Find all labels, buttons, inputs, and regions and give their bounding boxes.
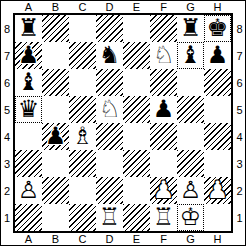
piece-black-bishop-g7[interactable]: ♝ [180, 43, 202, 67]
square-f1[interactable]: ♖ [150, 204, 177, 231]
square-f8[interactable] [150, 15, 177, 42]
file-label-top-c: C [69, 1, 96, 13]
square-b3[interactable] [42, 150, 69, 177]
square-f6[interactable] [150, 69, 177, 96]
rank-label-right-2: 2 [233, 177, 246, 204]
square-f3[interactable] [150, 150, 177, 177]
rank-label-left-3: 3 [1, 150, 13, 177]
square-h8[interactable]: ♚ [204, 15, 231, 42]
square-d3[interactable] [96, 150, 123, 177]
piece-white-pawn-a2[interactable]: ♙ [18, 178, 40, 202]
square-b5[interactable] [42, 96, 69, 123]
square-c8[interactable] [69, 15, 96, 42]
square-c3[interactable] [69, 150, 96, 177]
square-g5[interactable] [177, 96, 204, 123]
piece-black-rook-a8[interactable]: ♜ [18, 16, 40, 40]
piece-black-queen-a5[interactable]: ♛ [18, 97, 40, 121]
file-label-top-a: A [15, 1, 42, 13]
rank-label-right-8: 8 [233, 15, 246, 42]
file-label-bottom-g: G [177, 233, 204, 246]
rank-labels-right: 87654321 [233, 15, 246, 231]
square-g6[interactable] [177, 69, 204, 96]
file-label-top-h: H [204, 1, 231, 13]
square-c6[interactable] [69, 69, 96, 96]
rank-label-right-6: 6 [233, 69, 246, 96]
square-c5[interactable] [69, 96, 96, 123]
square-c4[interactable]: ♗ [69, 123, 96, 150]
square-e3[interactable] [123, 150, 150, 177]
square-h3[interactable] [204, 150, 231, 177]
square-e7[interactable] [123, 42, 150, 69]
rank-label-right-1: 1 [233, 204, 246, 231]
square-d1[interactable]: ♖ [96, 204, 123, 231]
piece-black-bishop-a6[interactable]: ♝ [18, 70, 40, 94]
rank-label-right-5: 5 [233, 96, 246, 123]
rank-label-left-2: 2 [1, 177, 13, 204]
square-b8[interactable] [42, 15, 69, 42]
file-label-top-g: G [177, 1, 204, 13]
square-f4[interactable] [150, 123, 177, 150]
rank-label-left-1: 1 [1, 204, 13, 231]
square-e2[interactable] [123, 177, 150, 204]
piece-white-knight-f7[interactable]: ♘ [153, 43, 175, 67]
square-g7[interactable]: ♝ [177, 42, 204, 69]
square-e4[interactable] [123, 123, 150, 150]
square-g4[interactable] [177, 123, 204, 150]
square-f2[interactable]: ♟ [150, 177, 177, 204]
square-d7[interactable]: ♞ [96, 42, 123, 69]
square-a5[interactable]: ♛ [15, 96, 42, 123]
piece-black-pawn-f5[interactable]: ♟ [153, 97, 175, 121]
piece-black-king-h8[interactable]: ♚ [207, 16, 229, 40]
square-d8[interactable] [96, 15, 123, 42]
square-h2[interactable]: ♟ [204, 177, 231, 204]
piece-white-pawn-g2[interactable]: ♙ [180, 178, 202, 202]
square-g2[interactable]: ♙ [177, 177, 204, 204]
square-a2[interactable]: ♙ [15, 177, 42, 204]
rank-label-left-8: 8 [1, 15, 13, 42]
rank-label-right-4: 4 [233, 123, 246, 150]
square-b7[interactable] [42, 42, 69, 69]
square-b6[interactable] [42, 69, 69, 96]
piece-black-rook-g8[interactable]: ♜ [180, 16, 202, 40]
rank-label-left-7: 7 [1, 42, 13, 69]
rank-label-left-4: 4 [1, 123, 13, 150]
square-f7[interactable]: ♘ [150, 42, 177, 69]
piece-black-pawn-h7[interactable]: ♟ [207, 43, 229, 67]
piece-white-king-g1[interactable]: ♔ [180, 205, 202, 229]
square-h1[interactable] [204, 204, 231, 231]
square-a6[interactable]: ♝ [15, 69, 42, 96]
square-h7[interactable]: ♟ [204, 42, 231, 69]
piece-white-rook-d1[interactable]: ♖ [99, 205, 121, 229]
chess-board[interactable]: ♜♜♚♟♞♘♝♟♝♛♘♟♟♗♙♟♙♟♖♖♔ [13, 13, 233, 233]
file-label-bottom-d: D [96, 233, 123, 246]
square-a7[interactable]: ♟ [15, 42, 42, 69]
file-label-bottom-c: C [69, 233, 96, 246]
file-labels-top: ABCDEFGH [15, 1, 231, 13]
piece-white-pawn-f2[interactable]: ♟ [153, 178, 175, 202]
piece-white-pawn-h2[interactable]: ♟ [207, 178, 229, 202]
square-b2[interactable] [42, 177, 69, 204]
chess-diagram: ABCDEFGH ABCDEFGH 87654321 87654321 ♜♜♚♟… [0, 0, 246, 246]
rank-label-left-5: 5 [1, 96, 13, 123]
square-a3[interactable] [15, 150, 42, 177]
file-label-bottom-a: A [15, 233, 42, 246]
rank-label-left-6: 6 [1, 69, 13, 96]
piece-black-pawn-a7[interactable]: ♟ [18, 43, 40, 67]
piece-white-rook-f1[interactable]: ♖ [153, 205, 175, 229]
file-label-top-e: E [123, 1, 150, 13]
square-c1[interactable] [69, 204, 96, 231]
piece-white-bishop-c4[interactable]: ♗ [72, 124, 94, 148]
square-g1[interactable]: ♔ [177, 204, 204, 231]
file-label-top-b: B [42, 1, 69, 13]
square-b1[interactable] [42, 204, 69, 231]
square-g3[interactable] [177, 150, 204, 177]
square-b4[interactable]: ♟ [42, 123, 69, 150]
square-e6[interactable] [123, 69, 150, 96]
file-label-top-d: D [96, 1, 123, 13]
square-d2[interactable] [96, 177, 123, 204]
square-g8[interactable]: ♜ [177, 15, 204, 42]
square-h5[interactable] [204, 96, 231, 123]
square-f5[interactable]: ♟ [150, 96, 177, 123]
square-e5[interactable] [123, 96, 150, 123]
square-d6[interactable] [96, 69, 123, 96]
square-d4[interactable] [96, 123, 123, 150]
piece-white-knight-d5[interactable]: ♘ [99, 97, 121, 121]
file-label-top-f: F [150, 1, 177, 13]
square-h4[interactable] [204, 123, 231, 150]
rank-labels-left: 87654321 [1, 15, 13, 231]
square-d5[interactable]: ♘ [96, 96, 123, 123]
square-a1[interactable] [15, 204, 42, 231]
rank-label-right-7: 7 [233, 42, 246, 69]
piece-black-knight-d7[interactable]: ♞ [99, 43, 121, 67]
piece-black-pawn-b4[interactable]: ♟ [45, 124, 67, 148]
file-label-bottom-b: B [42, 233, 69, 246]
square-a4[interactable] [15, 123, 42, 150]
square-e8[interactable] [123, 15, 150, 42]
square-a8[interactable]: ♜ [15, 15, 42, 42]
file-label-bottom-e: E [123, 233, 150, 246]
square-h6[interactable] [204, 69, 231, 96]
file-label-bottom-h: H [204, 233, 231, 246]
square-c7[interactable] [69, 42, 96, 69]
file-labels-bottom: ABCDEFGH [15, 233, 231, 246]
square-c2[interactable] [69, 177, 96, 204]
file-label-bottom-f: F [150, 233, 177, 246]
square-e1[interactable] [123, 204, 150, 231]
rank-label-right-3: 3 [233, 150, 246, 177]
